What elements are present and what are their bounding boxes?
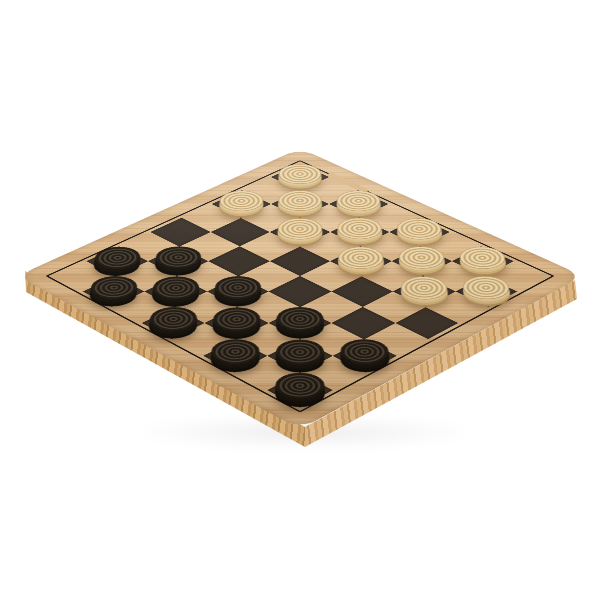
checker-white-f7[interactable] bbox=[389, 242, 453, 273]
board-ground-shadow bbox=[130, 420, 480, 450]
checker-black-a2[interactable] bbox=[86, 242, 150, 273]
checker-black-f3[interactable] bbox=[267, 302, 334, 336]
checker-white-e6[interactable] bbox=[329, 242, 393, 273]
checker-white-c8[interactable] bbox=[328, 186, 390, 215]
checker-black-b3[interactable] bbox=[146, 242, 210, 273]
checker-black-c2[interactable] bbox=[143, 272, 209, 305]
checker-white-d7[interactable] bbox=[328, 214, 391, 244]
checker-white-e8[interactable] bbox=[388, 214, 451, 244]
checker-white-b7[interactable] bbox=[269, 186, 331, 215]
checkers-photo-scene bbox=[0, 0, 600, 600]
checker-black-g2[interactable] bbox=[266, 334, 334, 369]
checker-black-d3[interactable] bbox=[205, 272, 271, 305]
checker-white-g6[interactable] bbox=[391, 272, 457, 305]
checker-white-a8[interactable] bbox=[270, 160, 331, 188]
checker-black-e2[interactable] bbox=[203, 302, 270, 336]
pieces-layer bbox=[54, 164, 546, 408]
checker-white-c6[interactable] bbox=[268, 214, 331, 244]
checker-white-a6[interactable] bbox=[211, 186, 273, 215]
checkers-board bbox=[17, 148, 583, 429]
checker-white-g8[interactable] bbox=[450, 242, 514, 273]
